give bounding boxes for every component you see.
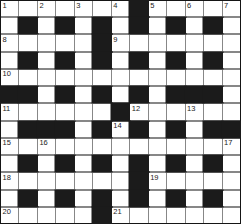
cell-r4c11[interactable] [186,53,203,68]
cell-r9c1[interactable]: 15 [1,139,18,154]
cell-r10c7[interactable] [112,156,129,171]
cell-r6c7[interactable] [112,87,129,102]
cell-r9c11[interactable] [186,139,203,154]
cell-r5c13[interactable] [223,70,240,85]
cell-r10c9[interactable] [149,156,166,171]
cell-r6c3[interactable] [38,87,55,102]
cell-r3c11[interactable] [186,35,203,50]
cell-r2c1[interactable] [1,18,18,33]
cell-r1c6[interactable] [93,1,110,16]
cell-r13c10[interactable] [167,208,184,223]
cell-r12c5[interactable] [75,191,92,206]
cell-r7c8[interactable]: 12 [130,104,147,119]
block-cell-r10c12 [204,156,221,171]
block-cell-r6c2 [19,87,36,102]
cell-r9c6[interactable] [93,139,110,154]
clue-number: 8 [3,35,7,44]
cell-r11c5[interactable] [75,173,92,188]
block-cell-r2c8 [130,18,147,33]
cell-r11c2[interactable] [19,173,36,188]
block-cell-r10c4 [56,156,73,171]
cell-r11c11[interactable] [186,173,203,188]
clue-number: 7 [224,1,228,10]
cell-r1c1[interactable]: 1 [1,1,18,16]
cell-r11c4[interactable] [56,173,73,188]
cell-r9c5[interactable] [75,139,92,154]
cell-r6c13[interactable] [223,87,240,102]
cell-r9c7[interactable] [112,139,129,154]
cell-r11c13[interactable] [223,173,240,188]
cell-r4c7[interactable] [112,53,129,68]
block-cell-r11c8 [130,173,147,188]
cell-r8c7[interactable]: 14 [112,122,129,137]
block-cell-r12c10 [167,191,184,206]
cell-r7c1[interactable]: 11 [1,104,18,119]
block-cell-r6c11 [186,87,203,102]
block-cell-r1c8 [130,1,147,16]
cell-r2c7[interactable] [112,18,129,33]
cell-r1c12[interactable] [204,1,221,16]
cell-r3c2[interactable] [19,35,36,50]
block-cell-r2c2 [19,18,36,33]
cell-r4c1[interactable] [1,53,18,68]
clue-number: 3 [76,1,80,10]
clue-number: 2 [39,1,43,10]
block-cell-r4c2 [19,53,36,68]
block-cell-r10c8 [130,156,147,171]
clue-number: 21 [113,207,121,216]
cell-r8c11[interactable] [186,122,203,137]
cell-r2c9[interactable] [149,18,166,33]
cell-r11c3[interactable] [38,173,55,188]
cell-r7c9[interactable] [149,104,166,119]
cell-r3c5[interactable] [75,35,92,50]
block-cell-r8c6 [93,122,110,137]
cell-r5c1[interactable]: 10 [1,70,18,85]
block-cell-r12c6 [93,191,110,206]
block-cell-r4c8 [130,53,147,68]
cell-r11c6[interactable] [93,173,110,188]
cell-r9c9[interactable] [149,139,166,154]
cell-r12c1[interactable] [1,191,18,206]
cell-r3c3[interactable] [38,35,55,50]
cell-r1c10[interactable] [167,1,184,16]
cell-r4c3[interactable] [38,53,55,68]
block-cell-r7c7 [112,104,129,119]
block-cell-r4c6 [93,53,110,68]
cell-r9c4[interactable] [56,139,73,154]
clue-number: 1 [3,1,7,10]
cell-r8c5[interactable] [75,122,92,137]
block-cell-r12c8 [130,191,147,206]
cell-r4c9[interactable] [149,53,166,68]
cell-r2c11[interactable] [186,18,203,33]
cell-r12c13[interactable] [223,191,240,206]
cell-r3c13[interactable] [223,35,240,50]
block-cell-r2c10 [167,18,184,33]
cell-r5c11[interactable] [186,70,203,85]
cell-r7c12[interactable] [204,104,221,119]
cell-r9c13[interactable]: 17 [223,139,240,154]
block-cell-r2c12 [204,18,221,33]
block-cell-r12c4 [56,191,73,206]
cell-r1c11[interactable]: 6 [186,1,203,16]
cell-r5c4[interactable] [56,70,73,85]
cell-r3c9[interactable] [149,35,166,50]
block-cell-r4c4 [56,53,73,68]
block-cell-r8c12 [204,122,221,137]
clue-number: 4 [113,1,117,10]
cell-r12c11[interactable] [186,191,203,206]
clue-number: 17 [224,138,232,147]
cell-r5c5[interactable] [75,70,92,85]
block-cell-r6c4 [56,87,73,102]
cell-r13c11[interactable] [186,208,203,223]
clue-number: 10 [3,69,11,78]
block-cell-r8c8 [130,122,147,137]
cell-r3c10[interactable] [167,35,184,50]
cell-r7c3[interactable] [38,104,55,119]
clue-number: 6 [187,1,191,10]
block-cell-r4c12 [204,53,221,68]
block-cell-r12c2 [19,191,36,206]
cell-r5c9[interactable] [149,70,166,85]
clue-number: 11 [3,104,11,113]
clue-number: 13 [187,104,195,113]
clue-number: 19 [150,173,158,182]
cell-r5c2[interactable] [19,70,36,85]
clue-number: 16 [39,138,47,147]
block-cell-r8c2 [19,122,36,137]
cell-r3c8[interactable] [130,35,147,50]
cell-r5c8[interactable] [130,70,147,85]
cell-r7c10[interactable] [167,104,184,119]
cell-r3c12[interactable] [204,35,221,50]
cell-r4c13[interactable] [223,53,240,68]
cell-r13c12[interactable] [204,208,221,223]
cell-r11c9[interactable]: 19 [149,173,166,188]
cell-r12c9[interactable] [149,191,166,206]
block-cell-r6c6 [93,87,110,102]
cell-r3c7[interactable]: 9 [112,35,129,50]
cell-r7c13[interactable] [223,104,240,119]
block-cell-r2c4 [56,18,73,33]
block-cell-r6c10 [167,87,184,102]
cell-r13c5[interactable] [75,208,92,223]
cell-r13c4[interactable] [56,208,73,223]
block-cell-r10c6 [93,156,110,171]
cell-r7c2[interactable] [19,104,36,119]
cell-r8c9[interactable] [149,122,166,137]
cell-r1c7[interactable]: 4 [112,1,129,16]
block-cell-r2c6 [93,18,110,33]
cell-r1c9[interactable]: 5 [149,1,166,16]
cell-r4c5[interactable] [75,53,92,68]
cell-r7c5[interactable] [75,104,92,119]
block-cell-r3c6 [93,35,110,50]
clue-number: 9 [113,35,117,44]
cell-r6c5[interactable] [75,87,92,102]
block-cell-r10c2 [19,156,36,171]
clue-number: 14 [113,121,121,130]
cell-r9c12[interactable] [204,139,221,154]
cell-r10c1[interactable] [1,156,18,171]
block-cell-r6c1 [1,87,18,102]
block-cell-r8c3 [38,122,55,137]
cell-r10c11[interactable] [186,156,203,171]
cell-r9c2[interactable] [19,139,36,154]
block-cell-r8c10 [167,122,184,137]
cell-r1c3[interactable]: 2 [38,1,55,16]
block-cell-r6c8 [130,87,147,102]
block-cell-r6c12 [204,87,221,102]
cell-r7c11[interactable]: 13 [186,104,203,119]
cell-r13c8[interactable] [130,208,147,223]
cell-r7c6[interactable] [93,104,110,119]
cell-r5c12[interactable] [204,70,221,85]
cell-r5c6[interactable] [93,70,110,85]
cell-r11c12[interactable] [204,173,221,188]
block-cell-r13c6 [93,208,110,223]
cell-r3c1[interactable]: 8 [1,35,18,50]
cell-r13c2[interactable] [19,208,36,223]
cell-r5c10[interactable] [167,70,184,85]
cell-r13c3[interactable] [38,208,55,223]
cell-r13c7[interactable]: 21 [112,208,129,223]
cell-r10c5[interactable] [75,156,92,171]
block-cell-r8c4 [56,122,73,137]
cell-r10c13[interactable] [223,156,240,171]
cell-r1c5[interactable]: 3 [75,1,92,16]
block-cell-r12c12 [204,191,221,206]
cell-r9c3[interactable]: 16 [38,139,55,154]
cell-r6c9[interactable] [149,87,166,102]
cell-r2c5[interactable] [75,18,92,33]
cell-r3c4[interactable] [56,35,73,50]
cell-r5c3[interactable] [38,70,55,85]
cell-r1c2[interactable] [19,1,36,16]
cell-r2c3[interactable] [38,18,55,33]
clue-number: 12 [132,104,140,113]
cell-r13c13[interactable] [223,208,240,223]
cell-r12c7[interactable] [112,191,129,206]
cell-r5c7[interactable] [112,70,129,85]
block-cell-r10c10 [167,156,184,171]
crossword-grid: 123456789101112131415161718192021 [0,0,241,224]
cell-r9c10[interactable] [167,139,184,154]
block-cell-r8c13 [223,122,240,137]
cell-r13c1[interactable]: 20 [1,208,18,223]
block-cell-r4c10 [167,53,184,68]
cell-r12c3[interactable] [38,191,55,206]
cell-r13c9[interactable] [149,208,166,223]
cell-r9c8[interactable] [130,139,147,154]
cell-r7c4[interactable] [56,104,73,119]
cell-r2c13[interactable] [223,18,240,33]
cell-r11c10[interactable] [167,173,184,188]
cell-r8c1[interactable] [1,122,18,137]
clue-number: 15 [3,138,11,147]
cell-r1c13[interactable]: 7 [223,1,240,16]
clue-number: 18 [3,173,11,182]
clue-number: 20 [3,207,11,216]
clue-number: 5 [150,1,154,10]
cell-r11c1[interactable]: 18 [1,173,18,188]
cell-r1c4[interactable] [56,1,73,16]
cell-r11c7[interactable] [112,173,129,188]
cell-r10c3[interactable] [38,156,55,171]
